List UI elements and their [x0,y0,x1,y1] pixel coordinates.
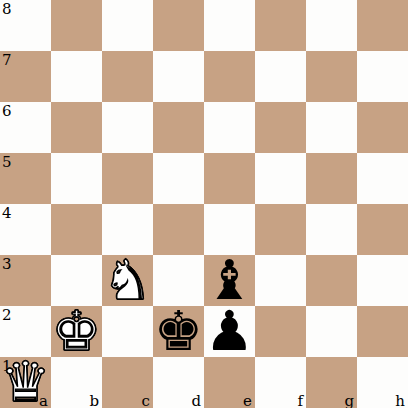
square-c1[interactable]: c [102,357,153,408]
rank-label-5: 5 [2,153,12,171]
square-d6[interactable] [153,102,204,153]
square-g6[interactable] [306,102,357,153]
square-h7[interactable] [357,51,408,102]
square-b5[interactable] [51,153,102,204]
square-e7[interactable] [204,51,255,102]
file-label-c: c [142,392,150,408]
square-h5[interactable] [357,153,408,204]
square-a7[interactable]: 7 [0,51,51,102]
square-c5[interactable] [102,153,153,204]
file-label-f: f [297,392,303,408]
square-a3[interactable]: 3 [0,255,51,306]
square-g3[interactable] [306,255,357,306]
square-h3[interactable] [357,255,408,306]
square-a5[interactable]: 5 [0,153,51,204]
square-b8[interactable] [51,0,102,51]
square-f3[interactable] [255,255,306,306]
piece-black-pawn-e2[interactable]: ♟ [204,306,255,357]
piece-black-king-d2[interactable]: ♚ [153,306,204,357]
piece-white-knight-c3[interactable]: ♞ [102,255,153,306]
square-d4[interactable] [153,204,204,255]
square-a1[interactable]: 1a♛ [0,357,51,408]
square-h8[interactable] [357,0,408,51]
square-a4[interactable]: 4 [0,204,51,255]
square-b7[interactable] [51,51,102,102]
chess-board: 876543♞♝2♚♚♟1a♛bcdefgh [0,0,408,408]
file-label-d: d [191,392,201,408]
square-g4[interactable] [306,204,357,255]
square-g8[interactable] [306,0,357,51]
square-c7[interactable] [102,51,153,102]
square-c8[interactable] [102,0,153,51]
square-e2[interactable]: ♟ [204,306,255,357]
square-e1[interactable]: e [204,357,255,408]
rank-label-6: 6 [2,102,12,120]
square-h1[interactable]: h [357,357,408,408]
file-label-e: e [243,392,252,408]
square-f4[interactable] [255,204,306,255]
square-g7[interactable] [306,51,357,102]
square-d2[interactable]: ♚ [153,306,204,357]
square-g1[interactable]: g [306,357,357,408]
square-b6[interactable] [51,102,102,153]
rank-label-2: 2 [2,306,12,324]
square-h2[interactable] [357,306,408,357]
square-f1[interactable]: f [255,357,306,408]
file-label-b: b [89,392,99,408]
square-e8[interactable] [204,0,255,51]
rank-label-8: 8 [2,0,12,18]
square-h4[interactable] [357,204,408,255]
rank-label-3: 3 [2,255,12,273]
square-g5[interactable] [306,153,357,204]
square-f6[interactable] [255,102,306,153]
square-b4[interactable] [51,204,102,255]
square-d8[interactable] [153,0,204,51]
square-d5[interactable] [153,153,204,204]
square-h6[interactable] [357,102,408,153]
square-a6[interactable]: 6 [0,102,51,153]
piece-white-king-b2[interactable]: ♚ [51,306,102,357]
rank-label-4: 4 [2,204,12,222]
square-a8[interactable]: 8 [0,0,51,51]
square-f2[interactable] [255,306,306,357]
square-c6[interactable] [102,102,153,153]
file-label-g: g [344,392,354,408]
square-d7[interactable] [153,51,204,102]
square-e5[interactable] [204,153,255,204]
square-d1[interactable]: d [153,357,204,408]
piece-white-queen-a1[interactable]: ♛ [0,357,51,408]
rank-label-7: 7 [2,51,12,69]
square-b1[interactable]: b [51,357,102,408]
square-c3[interactable]: ♞ [102,255,153,306]
square-g2[interactable] [306,306,357,357]
square-f5[interactable] [255,153,306,204]
square-f8[interactable] [255,0,306,51]
square-f7[interactable] [255,51,306,102]
file-label-h: h [395,392,405,408]
square-e6[interactable] [204,102,255,153]
square-c2[interactable] [102,306,153,357]
square-b2[interactable]: ♚ [51,306,102,357]
